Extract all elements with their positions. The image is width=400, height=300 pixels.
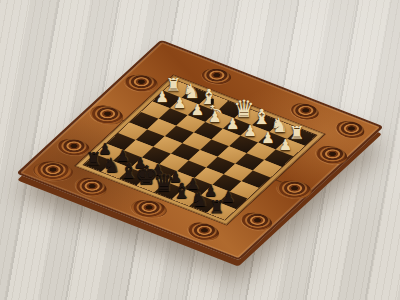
board-rail: ♜♞♝♚♛♝♞♜♟♟♟♟♟♟♟♟♟♟♟♟♟♟♟♟♜♞♝♚♛♝♞♜ bbox=[76, 75, 325, 224]
carving-swirl bbox=[182, 219, 225, 244]
carving-swirl bbox=[331, 118, 370, 142]
carving-swirl bbox=[236, 209, 278, 234]
black-rook: ♜ bbox=[202, 198, 230, 216]
photo-scene: ♜♞♝♚♛♝♞♜♟♟♟♟♟♟♟♟♟♟♟♟♟♟♟♟♜♞♝♚♛♝♞♜ bbox=[0, 0, 400, 300]
chess-grid: ♜♞♝♚♛♝♞♜♟♟♟♟♟♟♟♟♟♟♟♟♟♟♟♟♜♞♝♚♛♝♞♜ bbox=[84, 80, 316, 219]
carving-swirl bbox=[30, 159, 77, 183]
